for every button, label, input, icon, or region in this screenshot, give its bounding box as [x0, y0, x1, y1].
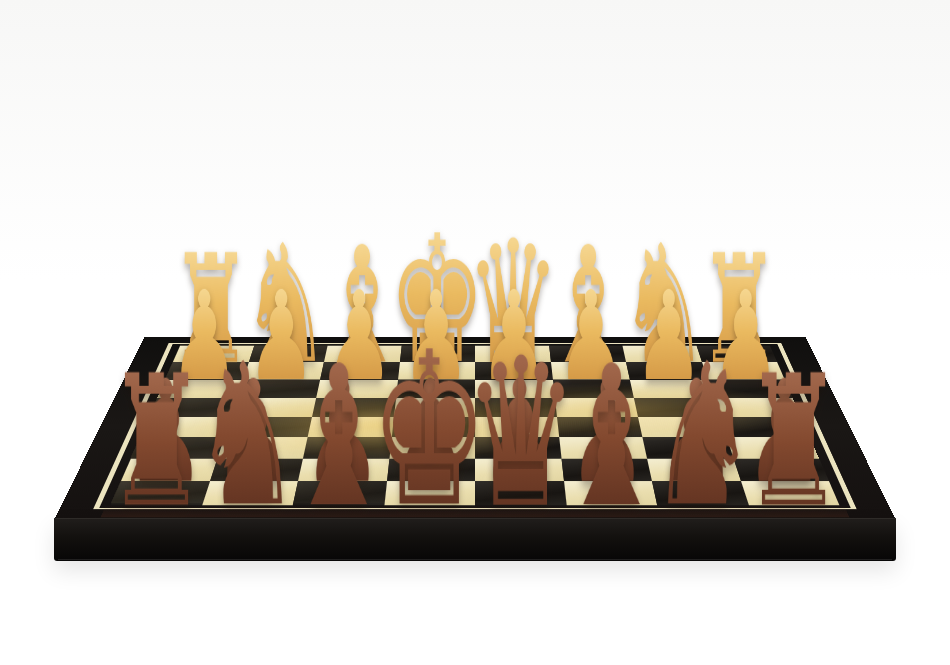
chess-set-photo: ♜♞♝♚♛♝♞♜♟♟♟♟♟♟♟♟♟♟♟♟♟♟♟♟♜♞♝♚♛♝♞♜ — [0, 0, 950, 665]
square-e8: ♚ — [384, 481, 475, 505]
board-front-edge — [54, 518, 896, 561]
square-g8: ♞ — [202, 481, 298, 505]
square-c8: ♝ — [563, 481, 657, 505]
square-a8: ♜ — [740, 481, 839, 505]
square-d8: ♛ — [475, 481, 566, 505]
board-grid: ♜♞♝♚♛♝♞♜♟♟♟♟♟♟♟♟♟♟♟♟♟♟♟♟♜♞♝♚♛♝♞♜ — [111, 346, 840, 506]
square-b8: ♞ — [652, 481, 748, 505]
chess-board: ♜♞♝♚♛♝♞♜♟♟♟♟♟♟♟♟♟♟♟♟♟♟♟♟♜♞♝♚♛♝♞♜ — [55, 337, 896, 519]
perspective-wrapper: ♜♞♝♚♛♝♞♜♟♟♟♟♟♟♟♟♟♟♟♟♟♟♟♟♜♞♝♚♛♝♞♜ — [0, 0, 950, 665]
black-knight: ♞ — [648, 338, 757, 535]
black-rook: ♜ — [744, 351, 845, 532]
